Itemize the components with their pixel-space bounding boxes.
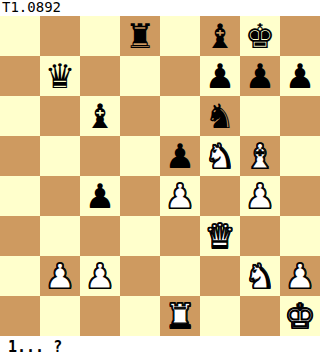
chess-puzzle-app: T1.0892 ♜♝♚♛♟♟♟♝♞♟♞♝♟♟♟♛♟♟♞♟♜♚ 1... ? [0, 0, 320, 360]
square-e6[interactable] [160, 96, 200, 136]
square-g8[interactable]: ♚ [240, 16, 280, 56]
square-c1[interactable] [80, 296, 120, 336]
piece-white-pawn: ♟ [245, 176, 275, 216]
piece-white-knight: ♞ [205, 136, 235, 176]
square-h6[interactable] [280, 96, 320, 136]
square-e7[interactable] [160, 56, 200, 96]
piece-white-pawn: ♟ [285, 256, 315, 296]
piece-black-bishop: ♝ [205, 16, 235, 56]
square-c6[interactable]: ♝ [80, 96, 120, 136]
square-c7[interactable] [80, 56, 120, 96]
square-f5[interactable]: ♞ [200, 136, 240, 176]
square-c2[interactable]: ♟ [80, 256, 120, 296]
piece-black-pawn: ♟ [285, 56, 315, 96]
square-a2[interactable] [0, 256, 40, 296]
piece-black-knight: ♞ [205, 96, 235, 136]
piece-white-pawn: ♟ [85, 256, 115, 296]
square-h4[interactable] [280, 176, 320, 216]
square-h8[interactable] [280, 16, 320, 56]
square-h7[interactable]: ♟ [280, 56, 320, 96]
square-g1[interactable] [240, 296, 280, 336]
piece-black-queen: ♛ [45, 56, 75, 96]
square-b5[interactable] [40, 136, 80, 176]
square-h1[interactable]: ♚ [280, 296, 320, 336]
square-h2[interactable]: ♟ [280, 256, 320, 296]
square-b1[interactable] [40, 296, 80, 336]
square-a6[interactable] [0, 96, 40, 136]
square-a4[interactable] [0, 176, 40, 216]
piece-white-pawn: ♟ [45, 256, 75, 296]
square-f1[interactable] [200, 296, 240, 336]
square-g5[interactable]: ♝ [240, 136, 280, 176]
square-c5[interactable] [80, 136, 120, 176]
square-f7[interactable]: ♟ [200, 56, 240, 96]
piece-white-knight: ♞ [245, 256, 275, 296]
square-a7[interactable] [0, 56, 40, 96]
square-b2[interactable]: ♟ [40, 256, 80, 296]
square-b3[interactable] [40, 216, 80, 256]
piece-black-pawn: ♟ [245, 56, 275, 96]
square-e1[interactable]: ♜ [160, 296, 200, 336]
piece-black-rook: ♜ [125, 16, 155, 56]
piece-black-king: ♚ [245, 16, 275, 56]
square-h3[interactable] [280, 216, 320, 256]
square-e4[interactable]: ♟ [160, 176, 200, 216]
square-c3[interactable] [80, 216, 120, 256]
square-f3[interactable]: ♛ [200, 216, 240, 256]
square-b4[interactable] [40, 176, 80, 216]
square-g3[interactable] [240, 216, 280, 256]
square-e3[interactable] [160, 216, 200, 256]
square-g6[interactable] [240, 96, 280, 136]
square-a5[interactable] [0, 136, 40, 176]
square-d1[interactable] [120, 296, 160, 336]
square-a3[interactable] [0, 216, 40, 256]
square-h5[interactable] [280, 136, 320, 176]
puzzle-title: T1.0892 [0, 0, 320, 16]
square-b8[interactable] [40, 16, 80, 56]
piece-black-pawn: ♟ [165, 136, 195, 176]
square-f4[interactable] [200, 176, 240, 216]
square-d2[interactable] [120, 256, 160, 296]
chess-board: ♜♝♚♛♟♟♟♝♞♟♞♝♟♟♟♛♟♟♞♟♜♚ [0, 16, 320, 336]
square-d6[interactable] [120, 96, 160, 136]
square-d4[interactable] [120, 176, 160, 216]
square-e5[interactable]: ♟ [160, 136, 200, 176]
square-d8[interactable]: ♜ [120, 16, 160, 56]
square-d3[interactable] [120, 216, 160, 256]
square-e2[interactable] [160, 256, 200, 296]
square-a8[interactable] [0, 16, 40, 56]
square-d5[interactable] [120, 136, 160, 176]
piece-black-pawn: ♟ [85, 176, 115, 216]
square-g4[interactable]: ♟ [240, 176, 280, 216]
square-c4[interactable]: ♟ [80, 176, 120, 216]
square-a1[interactable] [0, 296, 40, 336]
piece-black-pawn: ♟ [205, 56, 235, 96]
piece-white-queen: ♛ [205, 216, 235, 256]
piece-black-bishop: ♝ [85, 96, 115, 136]
square-f8[interactable]: ♝ [200, 16, 240, 56]
square-f6[interactable]: ♞ [200, 96, 240, 136]
piece-white-king: ♚ [285, 296, 315, 336]
square-d7[interactable] [120, 56, 160, 96]
move-prompt: 1... ? [0, 336, 320, 360]
square-e8[interactable] [160, 16, 200, 56]
square-c8[interactable] [80, 16, 120, 56]
square-f2[interactable] [200, 256, 240, 296]
piece-white-rook: ♜ [165, 296, 195, 336]
square-g7[interactable]: ♟ [240, 56, 280, 96]
square-b6[interactable] [40, 96, 80, 136]
square-b7[interactable]: ♛ [40, 56, 80, 96]
square-g2[interactable]: ♞ [240, 256, 280, 296]
piece-white-pawn: ♟ [165, 176, 195, 216]
piece-white-bishop: ♝ [245, 136, 275, 176]
